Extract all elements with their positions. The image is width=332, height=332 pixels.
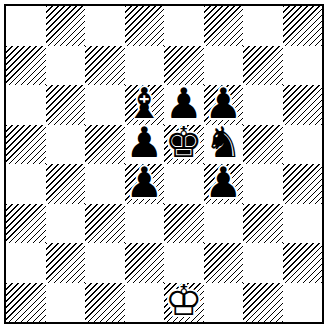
square-e5[interactable]: ♚ (164, 125, 204, 165)
square-b3[interactable] (46, 204, 86, 244)
chessboard: ♝♟♟♟♚♞♟♟♚♔ (6, 6, 322, 322)
square-g3[interactable] (243, 204, 283, 244)
square-e1[interactable]: ♚♔ (164, 283, 204, 323)
square-a2[interactable] (6, 243, 46, 283)
square-h7[interactable] (283, 46, 323, 86)
square-c6[interactable] (85, 85, 125, 125)
square-c8[interactable] (85, 6, 125, 46)
square-a3[interactable] (6, 204, 46, 244)
square-f3[interactable] (204, 204, 244, 244)
square-h8[interactable] (283, 6, 323, 46)
square-d3[interactable] (125, 204, 165, 244)
square-a8[interactable] (6, 6, 46, 46)
square-d1[interactable] (125, 283, 165, 323)
square-b5[interactable] (46, 125, 86, 165)
square-c4[interactable] (85, 164, 125, 204)
square-a6[interactable] (6, 85, 46, 125)
square-b6[interactable] (46, 85, 86, 125)
square-f1[interactable] (204, 283, 244, 323)
piece-black-pawn[interactable]: ♟ (204, 162, 242, 204)
square-g5[interactable] (243, 125, 283, 165)
square-a5[interactable] (6, 125, 46, 165)
square-g2[interactable] (243, 243, 283, 283)
square-e3[interactable] (164, 204, 204, 244)
square-f8[interactable] (204, 6, 244, 46)
square-c2[interactable] (85, 243, 125, 283)
square-h3[interactable] (283, 204, 323, 244)
chess-diagram-page: ♝♟♟♟♚♞♟♟♚♔ (0, 0, 332, 332)
square-g1[interactable] (243, 283, 283, 323)
square-c5[interactable] (85, 125, 125, 165)
square-a7[interactable] (6, 46, 46, 86)
piece-black-king[interactable]: ♚ (165, 122, 203, 164)
square-d4[interactable]: ♟ (125, 164, 165, 204)
square-a4[interactable] (6, 164, 46, 204)
square-b1[interactable] (46, 283, 86, 323)
square-h4[interactable] (283, 164, 323, 204)
square-h5[interactable] (283, 125, 323, 165)
square-c7[interactable] (85, 46, 125, 86)
square-e8[interactable] (164, 6, 204, 46)
square-b8[interactable] (46, 6, 86, 46)
square-d2[interactable] (125, 243, 165, 283)
square-d8[interactable] (125, 6, 165, 46)
square-h6[interactable] (283, 85, 323, 125)
square-b4[interactable] (46, 164, 86, 204)
square-h2[interactable] (283, 243, 323, 283)
square-e4[interactable] (164, 164, 204, 204)
square-g7[interactable] (243, 46, 283, 86)
square-c3[interactable] (85, 204, 125, 244)
square-g4[interactable] (243, 164, 283, 204)
square-b2[interactable] (46, 243, 86, 283)
square-b7[interactable] (46, 46, 86, 86)
square-c1[interactable] (85, 283, 125, 323)
piece-white-king[interactable]: ♔ (165, 280, 203, 322)
square-g6[interactable] (243, 85, 283, 125)
square-f4[interactable]: ♟ (204, 164, 244, 204)
square-g8[interactable] (243, 6, 283, 46)
square-f2[interactable] (204, 243, 244, 283)
square-h1[interactable] (283, 283, 323, 323)
chessboard-frame: ♝♟♟♟♚♞♟♟♚♔ (4, 4, 324, 324)
piece-black-pawn[interactable]: ♟ (125, 162, 163, 204)
square-a1[interactable] (6, 283, 46, 323)
